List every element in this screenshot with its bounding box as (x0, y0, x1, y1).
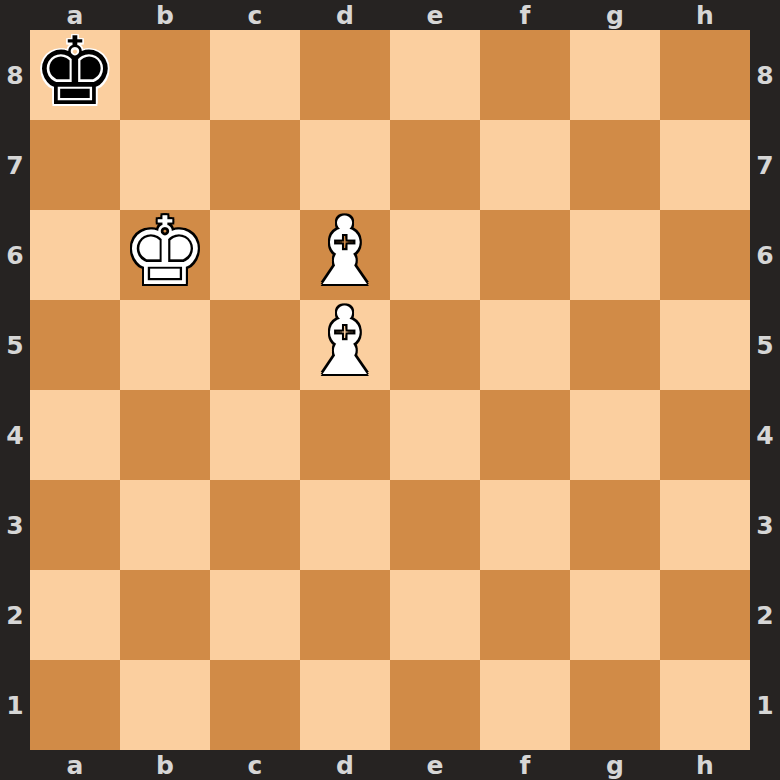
square-a3[interactable] (30, 480, 120, 570)
square-d2[interactable] (300, 570, 390, 660)
file-labels-bottom: abcdefgh (30, 750, 750, 780)
square-c2[interactable] (210, 570, 300, 660)
square-c4[interactable] (210, 390, 300, 480)
square-d1[interactable] (300, 660, 390, 750)
coordinate-label-4: 4 (750, 390, 780, 480)
square-e5[interactable] (390, 300, 480, 390)
coordinate-label-a: a (30, 750, 120, 780)
coordinate-label-3: 3 (750, 480, 780, 570)
coordinate-label-2: 2 (750, 570, 780, 660)
square-d5[interactable]: ♝ (300, 300, 390, 390)
square-g1[interactable] (570, 660, 660, 750)
rank-labels-right: 87654321 (750, 30, 780, 750)
square-f7[interactable] (480, 120, 570, 210)
square-h5[interactable] (660, 300, 750, 390)
coordinate-label-d: d (300, 0, 390, 30)
square-c5[interactable] (210, 300, 300, 390)
square-h6[interactable] (660, 210, 750, 300)
square-a7[interactable] (30, 120, 120, 210)
square-b8[interactable] (120, 30, 210, 120)
coordinate-label-b: b (120, 0, 210, 30)
square-a6[interactable] (30, 210, 120, 300)
square-h3[interactable] (660, 480, 750, 570)
square-a8[interactable]: ♚ (30, 30, 120, 120)
square-d8[interactable] (300, 30, 390, 120)
square-g5[interactable] (570, 300, 660, 390)
square-g3[interactable] (570, 480, 660, 570)
square-d4[interactable] (300, 390, 390, 480)
coordinate-label-3: 3 (0, 480, 30, 570)
coordinate-label-2: 2 (0, 570, 30, 660)
square-h2[interactable] (660, 570, 750, 660)
square-h4[interactable] (660, 390, 750, 480)
coordinate-label-4: 4 (0, 390, 30, 480)
coordinate-label-1: 1 (0, 660, 30, 750)
coordinate-label-g: g (570, 750, 660, 780)
coordinate-label-h: h (660, 750, 750, 780)
square-g6[interactable] (570, 210, 660, 300)
square-f5[interactable] (480, 300, 570, 390)
square-c1[interactable] (210, 660, 300, 750)
square-b2[interactable] (120, 570, 210, 660)
square-b5[interactable] (120, 300, 210, 390)
coordinate-label-h: h (660, 0, 750, 30)
square-e8[interactable] (390, 30, 480, 120)
coordinate-label-d: d (300, 750, 390, 780)
coordinate-label-8: 8 (0, 30, 30, 120)
square-f6[interactable] (480, 210, 570, 300)
piece-white-bishop-d6[interactable]: ♝ (303, 205, 387, 299)
square-d3[interactable] (300, 480, 390, 570)
square-e2[interactable] (390, 570, 480, 660)
square-e1[interactable] (390, 660, 480, 750)
square-c3[interactable] (210, 480, 300, 570)
square-b1[interactable] (120, 660, 210, 750)
coordinate-label-7: 7 (0, 120, 30, 210)
coordinate-label-5: 5 (0, 300, 30, 390)
coordinate-label-c: c (210, 0, 300, 30)
coordinate-label-g: g (570, 0, 660, 30)
file-labels-top: abcdefgh (30, 0, 750, 30)
square-e4[interactable] (390, 390, 480, 480)
piece-white-bishop-d5[interactable]: ♝ (303, 295, 387, 389)
coordinate-label-e: e (390, 0, 480, 30)
square-h1[interactable] (660, 660, 750, 750)
coordinate-label-b: b (120, 750, 210, 780)
square-h7[interactable] (660, 120, 750, 210)
square-c6[interactable] (210, 210, 300, 300)
square-g2[interactable] (570, 570, 660, 660)
square-g8[interactable] (570, 30, 660, 120)
coordinate-label-1: 1 (750, 660, 780, 750)
square-a2[interactable] (30, 570, 120, 660)
piece-white-king-b6[interactable]: ♚ (123, 205, 207, 299)
square-f1[interactable] (480, 660, 570, 750)
square-f4[interactable] (480, 390, 570, 480)
square-c7[interactable] (210, 120, 300, 210)
coordinate-label-f: f (480, 750, 570, 780)
square-g7[interactable] (570, 120, 660, 210)
square-b6[interactable]: ♚ (120, 210, 210, 300)
square-a4[interactable] (30, 390, 120, 480)
square-e3[interactable] (390, 480, 480, 570)
square-e7[interactable] (390, 120, 480, 210)
square-c8[interactable] (210, 30, 300, 120)
square-h8[interactable] (660, 30, 750, 120)
square-a1[interactable] (30, 660, 120, 750)
square-a5[interactable] (30, 300, 120, 390)
piece-black-king-a8[interactable]: ♚ (33, 25, 117, 119)
coordinate-label-5: 5 (750, 300, 780, 390)
square-f2[interactable] (480, 570, 570, 660)
square-e6[interactable] (390, 210, 480, 300)
square-f8[interactable] (480, 30, 570, 120)
square-g4[interactable] (570, 390, 660, 480)
square-b4[interactable] (120, 390, 210, 480)
coordinate-label-6: 6 (0, 210, 30, 300)
square-f3[interactable] (480, 480, 570, 570)
coordinate-label-8: 8 (750, 30, 780, 120)
rank-labels-left: 87654321 (0, 30, 30, 750)
coordinate-label-c: c (210, 750, 300, 780)
square-b3[interactable] (120, 480, 210, 570)
coordinate-label-7: 7 (750, 120, 780, 210)
chess-board: ♚♚♝♝ (30, 30, 750, 750)
chessboard-frame: abcdefgh abcdefgh 87654321 87654321 ♚♚♝♝ (0, 0, 780, 780)
coordinate-label-6: 6 (750, 210, 780, 300)
coordinate-label-e: e (390, 750, 480, 780)
coordinate-label-f: f (480, 0, 570, 30)
